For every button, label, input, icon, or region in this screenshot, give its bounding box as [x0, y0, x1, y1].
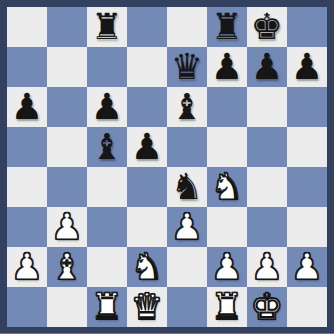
white-rook[interactable]: ♜ [211, 287, 243, 327]
square-a7[interactable] [7, 47, 47, 87]
white-pawn[interactable]: ♟ [171, 207, 203, 247]
black-pawn[interactable]: ♟ [91, 87, 123, 127]
square-h2[interactable]: ♟ [287, 247, 327, 287]
square-d5[interactable]: ♟ [127, 127, 167, 167]
square-g6[interactable] [247, 87, 287, 127]
square-g7[interactable]: ♟ [247, 47, 287, 87]
square-g3[interactable] [247, 207, 287, 247]
square-e1[interactable] [167, 287, 207, 327]
square-b2[interactable]: ♝ [47, 247, 87, 287]
chess-board: ♜♜♚♛♟♟♟♟♟♝♝♟♞♞♟♟♟♝♞♟♟♟♜♛♜♚ [7, 7, 327, 327]
square-e5[interactable] [167, 127, 207, 167]
square-b7[interactable] [47, 47, 87, 87]
square-d1[interactable]: ♛ [127, 287, 167, 327]
white-queen[interactable]: ♛ [131, 287, 163, 327]
square-b8[interactable] [47, 7, 87, 47]
square-f5[interactable] [207, 127, 247, 167]
black-pawn[interactable]: ♟ [291, 47, 323, 87]
square-c7[interactable] [87, 47, 127, 87]
square-h5[interactable] [287, 127, 327, 167]
square-h7[interactable]: ♟ [287, 47, 327, 87]
square-h1[interactable] [287, 287, 327, 327]
square-g2[interactable]: ♟ [247, 247, 287, 287]
black-pawn[interactable]: ♟ [11, 87, 43, 127]
square-h8[interactable] [287, 7, 327, 47]
square-g5[interactable] [247, 127, 287, 167]
square-e3[interactable]: ♟ [167, 207, 207, 247]
square-c4[interactable] [87, 167, 127, 207]
white-knight[interactable]: ♞ [131, 247, 163, 287]
square-h3[interactable] [287, 207, 327, 247]
square-b3[interactable]: ♟ [47, 207, 87, 247]
square-e8[interactable] [167, 7, 207, 47]
black-pawn[interactable]: ♟ [131, 127, 163, 167]
white-pawn[interactable]: ♟ [211, 247, 243, 287]
square-f4[interactable]: ♞ [207, 167, 247, 207]
square-e4[interactable]: ♞ [167, 167, 207, 207]
square-b5[interactable] [47, 127, 87, 167]
square-d8[interactable] [127, 7, 167, 47]
square-a2[interactable]: ♟ [7, 247, 47, 287]
black-rook[interactable]: ♜ [211, 7, 243, 47]
square-a6[interactable]: ♟ [7, 87, 47, 127]
board-frame: ♜♜♚♛♟♟♟♟♟♝♝♟♞♞♟♟♟♝♞♟♟♟♜♛♜♚ [0, 0, 334, 334]
square-c6[interactable]: ♟ [87, 87, 127, 127]
square-c5[interactable]: ♝ [87, 127, 127, 167]
white-pawn[interactable]: ♟ [51, 207, 83, 247]
square-d6[interactable] [127, 87, 167, 127]
square-a5[interactable] [7, 127, 47, 167]
white-king[interactable]: ♚ [251, 287, 283, 327]
square-g8[interactable]: ♚ [247, 7, 287, 47]
square-e2[interactable] [167, 247, 207, 287]
black-pawn[interactable]: ♟ [211, 47, 243, 87]
black-rook[interactable]: ♜ [91, 7, 123, 47]
square-a3[interactable] [7, 207, 47, 247]
black-bishop[interactable]: ♝ [171, 87, 203, 127]
square-a8[interactable] [7, 7, 47, 47]
square-h6[interactable] [287, 87, 327, 127]
square-d7[interactable] [127, 47, 167, 87]
white-pawn[interactable]: ♟ [291, 247, 323, 287]
square-d3[interactable] [127, 207, 167, 247]
square-d4[interactable] [127, 167, 167, 207]
square-f7[interactable]: ♟ [207, 47, 247, 87]
square-a4[interactable] [7, 167, 47, 207]
square-f1[interactable]: ♜ [207, 287, 247, 327]
square-e7[interactable]: ♛ [167, 47, 207, 87]
square-g1[interactable]: ♚ [247, 287, 287, 327]
square-f8[interactable]: ♜ [207, 7, 247, 47]
black-king[interactable]: ♚ [251, 7, 283, 47]
square-h4[interactable] [287, 167, 327, 207]
square-d2[interactable]: ♞ [127, 247, 167, 287]
square-f2[interactable]: ♟ [207, 247, 247, 287]
square-c1[interactable]: ♜ [87, 287, 127, 327]
black-pawn[interactable]: ♟ [251, 47, 283, 87]
square-f6[interactable] [207, 87, 247, 127]
square-e6[interactable]: ♝ [167, 87, 207, 127]
square-c2[interactable] [87, 247, 127, 287]
black-bishop[interactable]: ♝ [91, 127, 123, 167]
square-b6[interactable] [47, 87, 87, 127]
square-f3[interactable] [207, 207, 247, 247]
black-knight[interactable]: ♞ [171, 167, 203, 207]
black-queen[interactable]: ♛ [171, 47, 203, 87]
white-pawn[interactable]: ♟ [251, 247, 283, 287]
white-pawn[interactable]: ♟ [11, 247, 43, 287]
white-rook[interactable]: ♜ [91, 287, 123, 327]
square-c8[interactable]: ♜ [87, 7, 127, 47]
square-b1[interactable] [47, 287, 87, 327]
white-bishop[interactable]: ♝ [51, 247, 83, 287]
white-knight[interactable]: ♞ [211, 167, 243, 207]
square-a1[interactable] [7, 287, 47, 327]
square-g4[interactable] [247, 167, 287, 207]
square-b4[interactable] [47, 167, 87, 207]
square-c3[interactable] [87, 207, 127, 247]
